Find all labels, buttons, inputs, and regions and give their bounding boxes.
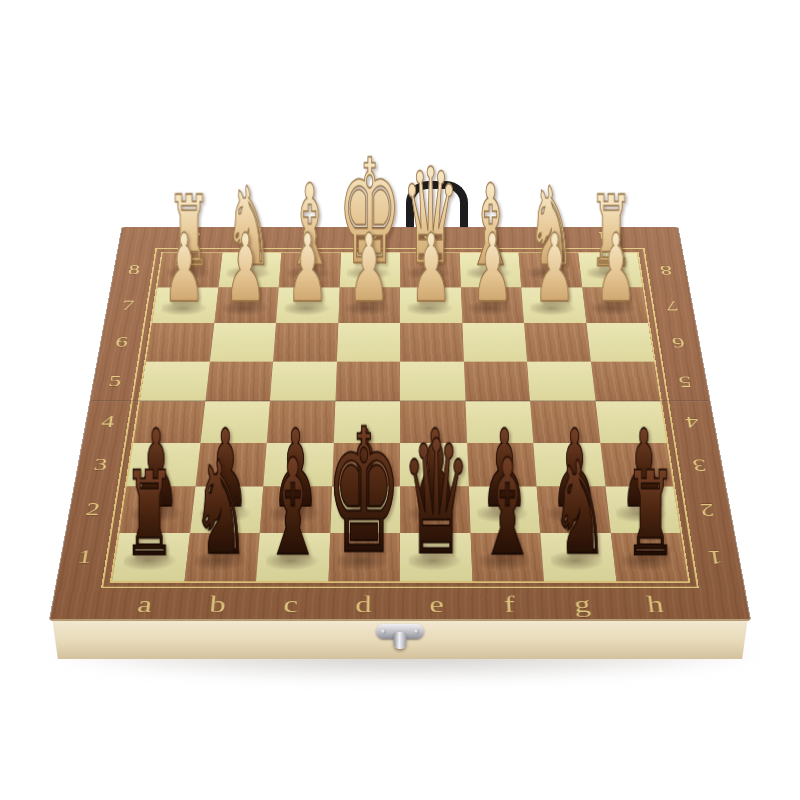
rank-label-rotated: 4 <box>673 401 712 443</box>
square-f5[interactable] <box>463 361 530 401</box>
rank-label: 7 <box>110 287 146 323</box>
rank-label-rotated: 7 <box>654 287 690 323</box>
file-label-rotated: g <box>517 229 577 245</box>
square-h5[interactable] <box>590 361 660 401</box>
file-label: a <box>106 592 182 617</box>
square-g5[interactable] <box>527 361 595 401</box>
square-a5[interactable] <box>140 361 210 401</box>
file-label-rotated: a <box>164 229 225 245</box>
file-label: g <box>545 592 620 617</box>
file-label-rotated: b <box>223 229 283 245</box>
square-a6[interactable] <box>146 323 214 361</box>
square-d1[interactable]: ♚ <box>328 533 400 582</box>
rank-label-rotated: 2 <box>686 487 728 533</box>
square-d6[interactable] <box>337 323 400 361</box>
file-labels-bottom: abcdefgh <box>106 592 693 617</box>
file-label-rotated: e <box>400 229 459 245</box>
file-label-rotated: f <box>458 229 518 245</box>
rank-label-rotated: 5 <box>666 361 704 401</box>
file-label: d <box>327 592 400 617</box>
rank-label: 6 <box>103 323 140 361</box>
square-b5[interactable] <box>205 361 273 401</box>
product-photo-scene: ♜♞♝♚♛♝♞♜♟♟♟♟♟♟♟♟♟♟♟♟♟♟♟♟♜♞♝♚♛♝♞♜ abcdefg… <box>0 0 800 800</box>
file-label-rotated: d <box>341 229 400 245</box>
square-f6[interactable] <box>462 323 527 361</box>
box-front-edge <box>48 619 752 659</box>
file-label: f <box>472 592 546 617</box>
rank-label-rotated: 6 <box>660 323 697 361</box>
file-label-rotated: c <box>282 229 342 245</box>
clasp-latch <box>374 622 426 656</box>
square-h7[interactable]: ♟ <box>582 287 648 323</box>
square-e6[interactable] <box>400 323 463 361</box>
rank-label: 1 <box>63 533 106 582</box>
square-e5[interactable] <box>400 361 465 401</box>
rank-label-rotated: 3 <box>679 443 720 487</box>
file-label: h <box>617 592 693 617</box>
dark-king[interactable]: ♚ <box>317 405 411 577</box>
file-label: c <box>253 592 327 617</box>
square-b6[interactable] <box>210 323 276 361</box>
square-c6[interactable] <box>273 323 338 361</box>
clasp-knob <box>394 632 407 649</box>
play-area: ♜♞♝♚♛♝♞♜♟♟♟♟♟♟♟♟♟♟♟♟♟♟♟♟♜♞♝♚♛♝♞♜ <box>101 248 699 588</box>
file-label: e <box>400 592 473 617</box>
square-e1[interactable]: ♛ <box>400 533 472 582</box>
square-h6[interactable] <box>586 323 654 361</box>
file-labels-top: abcdefgh <box>164 229 636 245</box>
file-label-rotated: h <box>575 229 636 245</box>
rank-label-rotated: 8 <box>648 253 683 288</box>
square-g6[interactable] <box>524 323 590 361</box>
rank-label-rotated: 1 <box>694 533 737 582</box>
chess-board: ♜♞♝♚♛♝♞♜♟♟♟♟♟♟♟♟♟♟♟♟♟♟♟♟♜♞♝♚♛♝♞♜ abcdefg… <box>50 227 750 620</box>
file-label: b <box>180 592 255 617</box>
rank-label: 5 <box>96 361 134 401</box>
board-grid: ♜♞♝♚♛♝♞♜♟♟♟♟♟♟♟♟♟♟♟♟♟♟♟♟♜♞♝♚♛♝♞♜ <box>110 252 690 583</box>
walnut-frame: ♜♞♝♚♛♝♞♜♟♟♟♟♟♟♟♟♟♟♟♟♟♟♟♟♜♞♝♚♛♝♞♜ abcdefg… <box>50 227 750 620</box>
